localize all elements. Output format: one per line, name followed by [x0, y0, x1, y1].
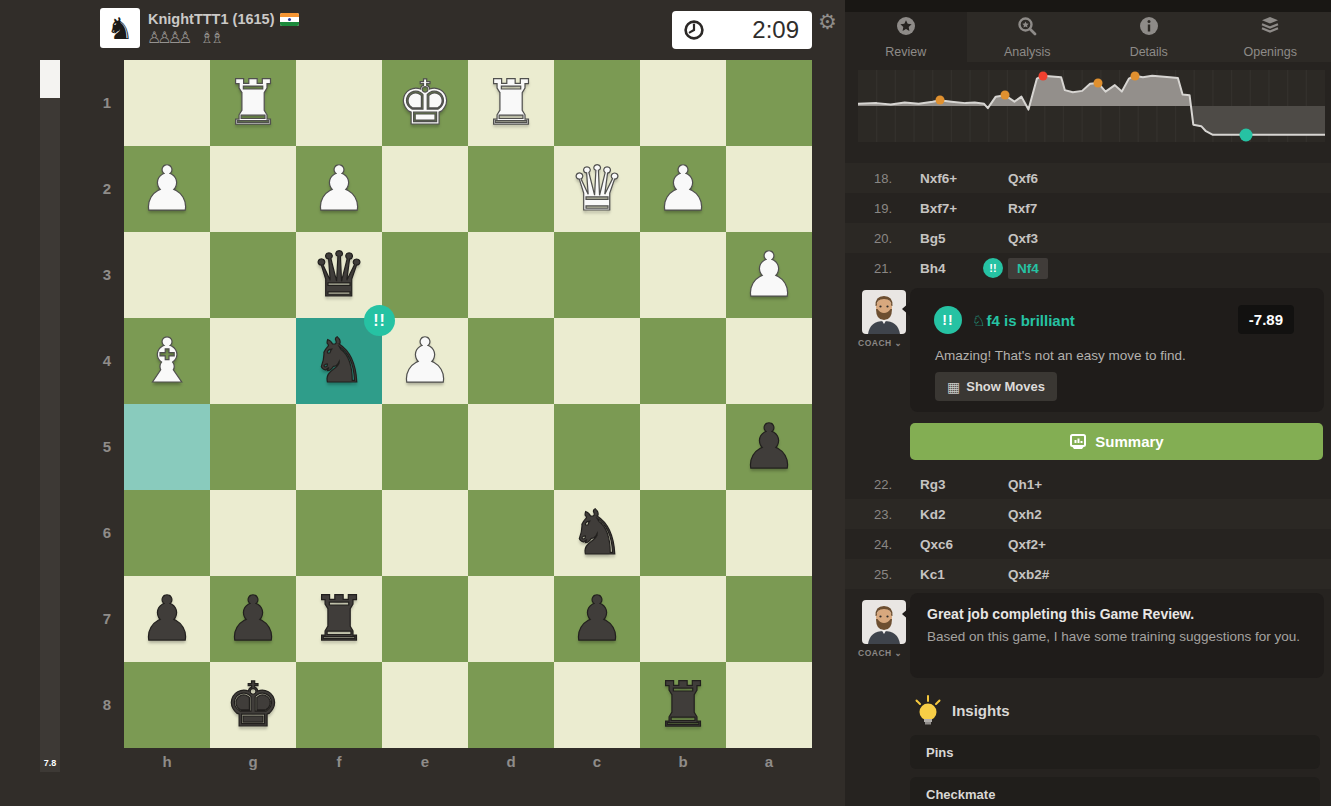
piece-wP-f2[interactable]: ♟	[296, 146, 382, 232]
clock-time: 2:09	[705, 16, 799, 44]
clock-icon	[683, 19, 705, 41]
square-c8[interactable]	[554, 662, 640, 748]
tab-bar: ReviewAnalysisDetailsOpenings	[845, 12, 1331, 62]
square-g7[interactable]: ♟	[210, 576, 296, 662]
evaluation-bar-score: 7.8	[40, 758, 60, 768]
square-f8[interactable]	[296, 662, 382, 748]
move-row-20: 20.Bg5Qxf3	[845, 223, 1331, 253]
square-c5[interactable]	[554, 404, 640, 490]
square-d4[interactable]	[468, 318, 554, 404]
tab-label: Review	[885, 45, 926, 59]
callout-title: ♘f4 is brilliant	[972, 312, 1075, 330]
tab-label: Openings	[1243, 45, 1297, 59]
square-g6[interactable]	[210, 490, 296, 576]
square-e6[interactable]	[382, 490, 468, 576]
black-move[interactable]: Qxb2#	[1008, 567, 1096, 582]
report-icon	[1069, 434, 1087, 450]
piece-wP-a3[interactable]: ♟	[726, 232, 812, 318]
move-number: 23.	[874, 507, 920, 522]
white-move[interactable]: Qxc6	[920, 537, 1008, 552]
square-e1[interactable]: ♚	[382, 60, 468, 146]
evaluation-bar: 7.8	[40, 60, 60, 772]
file-labels: hgfedcba	[124, 748, 812, 770]
file-label-d: d	[468, 748, 554, 770]
move-number: 25.	[874, 567, 920, 582]
move-row-21: 21.Bh4!!Nf4	[845, 253, 1331, 283]
square-g3[interactable]	[210, 232, 296, 318]
piece-wR-d1[interactable]: ♜	[468, 60, 554, 146]
piece-wR-g1[interactable]: ♜	[210, 60, 296, 146]
square-b1[interactable]	[640, 60, 726, 146]
square-h5[interactable]	[124, 404, 210, 490]
captured-bishops: ♗♗	[199, 28, 220, 47]
game-review-page: 7.8 ♞ KnightTTT1 (1615) ♙♙♙♙ ♗♗ 2:09 ⚙ 1…	[0, 0, 1331, 806]
lightbulb-icon	[913, 695, 943, 729]
square-a4[interactable]	[726, 318, 812, 404]
square-f6[interactable]	[296, 490, 382, 576]
black-move[interactable]: Qxf3	[1008, 231, 1096, 246]
move-row-22: 22.Rg3Qh1+	[845, 469, 1331, 499]
square-d6[interactable]	[468, 490, 554, 576]
move-row-19: 19.Bxf7+Rxf7	[845, 193, 1331, 223]
white-move[interactable]: Bxf7+	[920, 201, 1008, 216]
rank-label-7: 7	[94, 576, 120, 662]
knight-avatar-icon: ♞	[107, 11, 134, 46]
square-c1[interactable]	[554, 60, 640, 146]
move-row-18: 18.Nxf6+Qxf6	[845, 163, 1331, 193]
white-move[interactable]: Kc1	[920, 567, 1008, 582]
white-move[interactable]: Nxf6+	[920, 171, 1008, 186]
square-h7[interactable]: ♟	[124, 576, 210, 662]
move-row-23: 23.Kd2Qxh2	[845, 499, 1331, 529]
square-d3[interactable]	[468, 232, 554, 318]
square-d5[interactable]	[468, 404, 554, 490]
coach-face-icon	[862, 290, 906, 334]
summary-button[interactable]: Summary	[910, 423, 1323, 460]
black-move[interactable]: !!Nf4	[1008, 258, 1096, 279]
graph-dot-mistake[interactable]	[1130, 71, 1139, 80]
file-label-f: f	[296, 748, 382, 770]
india-flag-icon	[280, 13, 299, 26]
square-b5[interactable]	[640, 404, 726, 490]
square-e2[interactable]	[382, 146, 468, 232]
piece-wP-e4[interactable]: ♟	[382, 318, 468, 404]
tab-openings[interactable]: Openings	[1210, 12, 1331, 62]
knight-piece-icon: ♘	[972, 312, 985, 330]
square-f2[interactable]: ♟	[296, 146, 382, 232]
piece-wB-h4[interactable]: ♝	[124, 318, 210, 404]
square-b6[interactable]	[640, 490, 726, 576]
square-f3[interactable]: ♛	[296, 232, 382, 318]
file-label-c: c	[554, 748, 640, 770]
square-h2[interactable]: ♟	[124, 146, 210, 232]
move-number: 21.	[874, 261, 920, 276]
black-move[interactable]: Qh1+	[1008, 477, 1096, 492]
square-g2[interactable]	[210, 146, 296, 232]
black-move[interactable]: Qxf2+	[1008, 537, 1096, 552]
square-f4[interactable]: ♞!!	[296, 318, 382, 404]
captured-pawns: ♙♙♙♙	[147, 28, 188, 47]
tab-review[interactable]: Review	[845, 12, 967, 62]
white-move[interactable]: Kd2	[920, 507, 1008, 522]
square-h1[interactable]	[124, 60, 210, 146]
square-e8[interactable]	[382, 662, 468, 748]
info-circle-icon	[1138, 15, 1160, 41]
piece-bR-f7[interactable]: ♜	[296, 576, 382, 662]
panel-top-strip	[845, 0, 1331, 12]
move-row-25: 25.Kc1Qxb2#	[845, 559, 1331, 589]
square-b3[interactable]	[640, 232, 726, 318]
selected-move[interactable]: Nf4	[1008, 258, 1048, 279]
square-g1[interactable]: ♜	[210, 60, 296, 146]
graph-dot-mistake[interactable]	[1094, 78, 1103, 87]
rank-label-6: 6	[94, 490, 120, 576]
square-h3[interactable]	[124, 232, 210, 318]
piece-bP-a5[interactable]: ♟	[726, 404, 812, 490]
square-d1[interactable]: ♜	[468, 60, 554, 146]
brilliant-badge-icon: !!	[983, 258, 1003, 278]
square-c7[interactable]: ♟	[554, 576, 640, 662]
square-f1[interactable]	[296, 60, 382, 146]
callout-body-text: Amazing! That's not an easy move to find…	[935, 348, 1186, 363]
piece-wQ-c2[interactable]: ♛	[554, 146, 640, 232]
insights-title: Insights	[952, 702, 1010, 719]
square-h4[interactable]: ♝	[124, 318, 210, 404]
file-label-e: e	[382, 748, 468, 770]
square-b8[interactable]: ♜	[640, 662, 726, 748]
move-number: 20.	[874, 231, 920, 246]
captured-pieces: ♙♙♙♙ ♗♗	[147, 28, 230, 47]
graph-dot-mistake[interactable]	[1001, 91, 1010, 100]
file-label-g: g	[210, 748, 296, 770]
piece-bP-h7[interactable]: ♟	[124, 576, 210, 662]
square-c4[interactable]	[554, 318, 640, 404]
coach-callout-bubble: !! ♘f4 is brilliant -7.89 Amazing! That'…	[910, 288, 1324, 412]
evaluation-graph[interactable]	[858, 70, 1325, 142]
square-g8[interactable]: ♚	[210, 662, 296, 748]
file-label-h: h	[124, 748, 210, 770]
graph-dot-current-move[interactable]	[1239, 128, 1252, 141]
square-b4[interactable]	[640, 318, 726, 404]
square-h6[interactable]	[124, 490, 210, 576]
square-c3[interactable]	[554, 232, 640, 318]
brilliant-badge-icon: !!	[934, 306, 962, 334]
square-a2[interactable]	[726, 146, 812, 232]
square-a7[interactable]	[726, 576, 812, 662]
square-e4[interactable]: ♟	[382, 318, 468, 404]
white-move[interactable]: Bg5	[920, 231, 1008, 246]
square-b7[interactable]	[640, 576, 726, 662]
star-circle-icon	[895, 15, 917, 41]
book-stack-icon	[1258, 15, 1282, 41]
player-clock: 2:09	[672, 11, 812, 49]
square-a6[interactable]	[726, 490, 812, 576]
move-number: 22.	[874, 477, 920, 492]
square-g5[interactable]	[210, 404, 296, 490]
magnifier-icon	[1016, 15, 1038, 41]
rank-label-1: 1	[94, 60, 120, 146]
square-c2[interactable]: ♛	[554, 146, 640, 232]
piece-wP-h2[interactable]: ♟	[124, 146, 210, 232]
piece-bK-g8[interactable]: ♚	[210, 662, 296, 748]
insight-item-checkmate[interactable]: Checkmate	[910, 777, 1320, 806]
tab-analysis[interactable]: Analysis	[967, 12, 1089, 62]
square-g4[interactable]	[210, 318, 296, 404]
piece-bR-b8[interactable]: ♜	[640, 662, 726, 748]
show-moves-button[interactable]: ▦ Show Moves	[935, 372, 1057, 401]
graph-dot-blunder[interactable]	[1038, 71, 1047, 80]
square-a3[interactable]: ♟	[726, 232, 812, 318]
move-number: 24.	[874, 537, 920, 552]
closing-headline: Great job completing this Game Review.	[927, 606, 1194, 622]
white-move[interactable]: Rg3	[920, 477, 1008, 492]
rank-labels: 12345678	[94, 60, 120, 748]
settings-gear-icon[interactable]: ⚙	[818, 10, 837, 34]
square-f5[interactable]	[296, 404, 382, 490]
bubble-notch	[902, 607, 910, 621]
square-e7[interactable]	[382, 576, 468, 662]
tab-label: Details	[1130, 45, 1168, 59]
piece-bN-c6[interactable]: ♞	[554, 490, 640, 576]
piece-bQ-f3[interactable]: ♛	[296, 232, 382, 318]
bubble-notch	[902, 302, 910, 316]
square-d7[interactable]	[468, 576, 554, 662]
tab-details[interactable]: Details	[1088, 12, 1210, 62]
evaluation-score-badge: -7.89	[1238, 305, 1294, 334]
rank-label-5: 5	[94, 404, 120, 490]
rank-label-3: 3	[94, 232, 120, 318]
square-a8[interactable]	[726, 662, 812, 748]
square-e5[interactable]	[382, 404, 468, 490]
black-move[interactable]: Qxf6	[1008, 171, 1096, 186]
coach-closing-bubble: Great job completing this Game Review. B…	[910, 593, 1324, 678]
rank-label-8: 8	[94, 662, 120, 748]
rank-label-4: 4	[94, 318, 120, 404]
square-e3[interactable]	[382, 232, 468, 318]
square-f7[interactable]: ♜	[296, 576, 382, 662]
evaluation-bar-white-portion	[40, 60, 60, 98]
chess-board: ♜♚♜♟♟♛♟♛♟♝♞!!♟♟♞♟♟♜♟♚♜	[124, 60, 812, 748]
square-d8[interactable]	[468, 662, 554, 748]
coach-label[interactable]: COACH ⌄	[858, 338, 918, 348]
file-label-b: b	[640, 748, 726, 770]
square-b2[interactable]: ♟	[640, 146, 726, 232]
black-move[interactable]: Rxf7	[1008, 201, 1096, 216]
player-name[interactable]: KnightTTT1 (1615)	[148, 11, 299, 27]
insight-item-pins[interactable]: Pins	[910, 735, 1320, 769]
review-panel: ReviewAnalysisDetailsOpenings 18.Nxf6+Qx…	[845, 0, 1331, 806]
closing-body-text: Based on this game, I have some training…	[927, 627, 1302, 647]
move-number: 19.	[874, 201, 920, 216]
tab-label: Analysis	[1004, 45, 1051, 59]
rank-label-2: 2	[94, 146, 120, 232]
square-c6[interactable]: ♞	[554, 490, 640, 576]
square-h8[interactable]	[124, 662, 210, 748]
coach-label-2[interactable]: COACH ⌄	[858, 648, 918, 658]
piece-bP-g7[interactable]: ♟	[210, 576, 296, 662]
coach-avatar[interactable]	[862, 290, 906, 334]
graph-dot-mistake[interactable]	[935, 96, 944, 105]
square-a1[interactable]	[726, 60, 812, 146]
square-a5[interactable]: ♟	[726, 404, 812, 490]
coach-avatar-2[interactable]	[862, 600, 906, 644]
piece-wP-b2[interactable]: ♟	[640, 146, 726, 232]
piece-bP-c7[interactable]: ♟	[554, 576, 640, 662]
player-avatar[interactable]: ♞	[100, 8, 140, 48]
file-label-a: a	[726, 748, 812, 770]
move-row-24: 24.Qxc6Qxf2+	[845, 529, 1331, 559]
black-move[interactable]: Qxh2	[1008, 507, 1096, 522]
brilliant-move-badge-icon: !!	[364, 305, 395, 336]
coach-face-icon	[862, 600, 906, 644]
mini-board-icon: ▦	[947, 379, 960, 395]
square-d2[interactable]	[468, 146, 554, 232]
move-number: 18.	[874, 171, 920, 186]
piece-wK-e1[interactable]: ♚	[382, 60, 468, 146]
